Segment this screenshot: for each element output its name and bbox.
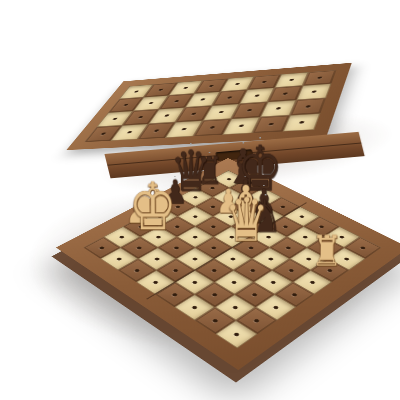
piece-white-king: ♚ [128,174,177,240]
open-board: ♝♚♜♟♟♛♟♝♞♜♟♛♟♟♚ [56,158,400,370]
piece-white-rook: ♜ [311,230,343,272]
tactile-pin-icon [259,131,261,138]
piece-white-queen: ♛ [224,190,269,250]
board-grid: ♝♚♜♟♟♛♟♝♞♜♟♛♟♟♚ [83,170,381,348]
board-stage: ♝♚♜♟♟♛♟♝♞♜♟♛♟♟♚ [0,0,400,400]
tactile-pin-icon [190,137,192,144]
scene: ♝♚♜♟♟♛♟♝♞♜♟♛♟♟♚ [0,0,400,400]
